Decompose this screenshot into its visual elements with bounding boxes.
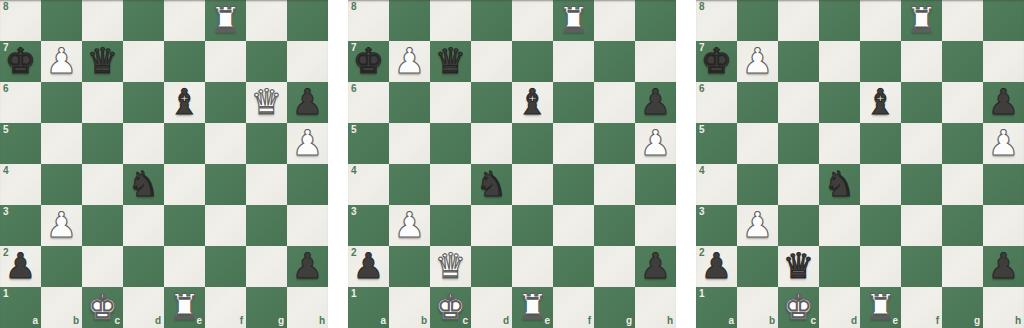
square-d7[interactable] [123, 41, 164, 82]
square-e5[interactable] [860, 123, 901, 164]
square-b1[interactable]: b [737, 287, 778, 328]
square-c8[interactable] [82, 0, 123, 41]
square-a3[interactable]: 3 [348, 205, 389, 246]
square-g4[interactable] [594, 164, 635, 205]
square-a3[interactable]: 3 [0, 205, 41, 246]
rank-label-2: 2 [3, 248, 9, 258]
white-pawn-h5: ♟ [983, 123, 1024, 164]
square-h5[interactable]: ♟ [983, 123, 1024, 164]
square-e1[interactable]: e♜ [164, 287, 205, 328]
square-g4[interactable] [942, 164, 983, 205]
square-b2[interactable] [41, 246, 82, 287]
square-c2[interactable]: ♛ [778, 246, 819, 287]
square-c3[interactable] [82, 205, 123, 246]
square-a1[interactable]: 1a [348, 287, 389, 328]
square-f6[interactable] [553, 82, 594, 123]
square-b5[interactable] [737, 123, 778, 164]
square-h4[interactable] [287, 164, 328, 205]
square-a8[interactable]: 8 [0, 0, 41, 41]
white-pawn-b7: ♟ [41, 41, 82, 82]
square-a7[interactable]: 7♚ [348, 41, 389, 82]
white-rook-f8: ♜ [553, 0, 594, 41]
white-rook-f8: ♜ [205, 0, 246, 41]
square-c7[interactable]: ♛ [82, 41, 123, 82]
square-b1[interactable]: b [389, 287, 430, 328]
black-queen-c2: ♛ [778, 246, 819, 287]
black-bishop-e6: ♝ [860, 82, 901, 123]
square-b3[interactable]: ♟ [41, 205, 82, 246]
square-b5[interactable] [389, 123, 430, 164]
square-h4[interactable] [983, 164, 1024, 205]
square-c6[interactable] [778, 82, 819, 123]
square-g7[interactable] [246, 41, 287, 82]
square-b2[interactable] [737, 246, 778, 287]
square-f6[interactable] [205, 82, 246, 123]
square-f1[interactable]: f [553, 287, 594, 328]
square-c1[interactable]: c♚ [778, 287, 819, 328]
rank-label-2: 2 [699, 248, 705, 258]
square-a8[interactable]: 8 [348, 0, 389, 41]
square-h7[interactable] [635, 41, 676, 82]
black-queen-c7: ♛ [430, 41, 471, 82]
square-d5[interactable] [471, 123, 512, 164]
square-e7[interactable] [860, 41, 901, 82]
square-b8[interactable] [41, 0, 82, 41]
square-f2[interactable] [901, 246, 942, 287]
square-f8[interactable]: ♜ [553, 0, 594, 41]
square-g2[interactable] [594, 246, 635, 287]
rank-label-5: 5 [699, 125, 705, 135]
black-knight-d4: ♞ [471, 164, 512, 205]
square-c4[interactable] [82, 164, 123, 205]
square-b7[interactable]: ♟ [389, 41, 430, 82]
square-d6[interactable] [123, 82, 164, 123]
square-a7[interactable]: 7♚ [0, 41, 41, 82]
rank-label-3: 3 [351, 207, 357, 217]
rank-label-6: 6 [699, 84, 705, 94]
file-label-e: e [544, 316, 550, 326]
square-f1[interactable]: f [205, 287, 246, 328]
square-h6[interactable]: ♟ [983, 82, 1024, 123]
square-c5[interactable] [82, 123, 123, 164]
file-label-h: h [1015, 316, 1021, 326]
square-c4[interactable] [430, 164, 471, 205]
square-c5[interactable] [778, 123, 819, 164]
square-c7[interactable]: ♛ [430, 41, 471, 82]
square-f2[interactable] [205, 246, 246, 287]
square-d1[interactable]: d [123, 287, 164, 328]
square-c7[interactable] [778, 41, 819, 82]
square-f4[interactable] [553, 164, 594, 205]
square-e1[interactable]: e♜ [512, 287, 553, 328]
square-h3[interactable] [635, 205, 676, 246]
file-label-b: b [73, 316, 79, 326]
boards-row: 8♜7♚♟♛6♝♛♟5♟4♞3♟2♟♟1abc♚de♜fgh 8♜7♚♟♛6♝♟… [0, 0, 1024, 328]
square-g5[interactable] [942, 123, 983, 164]
rank-label-5: 5 [351, 125, 357, 135]
rank-label-8: 8 [699, 2, 705, 12]
square-g6[interactable] [594, 82, 635, 123]
square-b1[interactable]: b [41, 287, 82, 328]
file-label-f: f [588, 316, 591, 326]
white-pawn-b3: ♟ [41, 205, 82, 246]
square-a8[interactable]: 8 [696, 0, 737, 41]
square-e4[interactable] [512, 164, 553, 205]
square-e4[interactable] [860, 164, 901, 205]
square-h8[interactable] [983, 0, 1024, 41]
square-g4[interactable] [246, 164, 287, 205]
white-pawn-b3: ♟ [737, 205, 778, 246]
square-g1[interactable]: g [246, 287, 287, 328]
square-e1[interactable]: e♜ [860, 287, 901, 328]
square-e5[interactable] [512, 123, 553, 164]
square-h7[interactable] [287, 41, 328, 82]
rank-label-1: 1 [3, 289, 9, 299]
square-c8[interactable] [778, 0, 819, 41]
rank-label-1: 1 [351, 289, 357, 299]
square-c3[interactable] [778, 205, 819, 246]
square-e8[interactable] [512, 0, 553, 41]
square-b8[interactable] [389, 0, 430, 41]
square-e6[interactable]: ♝ [164, 82, 205, 123]
square-b8[interactable] [737, 0, 778, 41]
rank-label-8: 8 [3, 2, 9, 12]
square-e3[interactable] [512, 205, 553, 246]
square-a4[interactable]: 4 [348, 164, 389, 205]
rank-label-6: 6 [351, 84, 357, 94]
black-knight-d4: ♞ [819, 164, 860, 205]
file-label-a: a [380, 316, 386, 326]
square-a3[interactable]: 3 [696, 205, 737, 246]
square-a2[interactable]: 2♟ [696, 246, 737, 287]
black-pawn-h2: ♟ [983, 246, 1024, 287]
square-d5[interactable] [819, 123, 860, 164]
rank-label-2: 2 [351, 248, 357, 258]
square-f2[interactable] [553, 246, 594, 287]
square-e8[interactable] [164, 0, 205, 41]
square-h6[interactable]: ♟ [635, 82, 676, 123]
square-a2[interactable]: 2♟ [348, 246, 389, 287]
square-h8[interactable] [635, 0, 676, 41]
square-f7[interactable] [901, 41, 942, 82]
square-e2[interactable] [860, 246, 901, 287]
square-a5[interactable]: 5 [0, 123, 41, 164]
square-g6[interactable] [942, 82, 983, 123]
square-d2[interactable] [471, 246, 512, 287]
black-bishop-e6: ♝ [164, 82, 205, 123]
rank-label-8: 8 [351, 2, 357, 12]
square-a6[interactable]: 6 [696, 82, 737, 123]
square-b6[interactable] [41, 82, 82, 123]
square-b7[interactable]: ♟ [737, 41, 778, 82]
square-d8[interactable] [123, 0, 164, 41]
white-pawn-b3: ♟ [389, 205, 430, 246]
file-label-a: a [728, 316, 734, 326]
square-f7[interactable] [205, 41, 246, 82]
square-g1[interactable]: g [942, 287, 983, 328]
chess-board-1: 8♜7♚♟♛6♝♛♟5♟4♞3♟2♟♟1abc♚de♜fgh [0, 0, 328, 328]
square-g5[interactable] [246, 123, 287, 164]
square-d8[interactable] [819, 0, 860, 41]
square-h1[interactable]: h [287, 287, 328, 328]
black-pawn-h2: ♟ [635, 246, 676, 287]
square-f8[interactable]: ♜ [901, 0, 942, 41]
file-label-d: d [851, 316, 857, 326]
square-d1[interactable]: d [819, 287, 860, 328]
square-b3[interactable]: ♟ [737, 205, 778, 246]
square-g5[interactable] [594, 123, 635, 164]
square-a6[interactable]: 6 [0, 82, 41, 123]
square-c5[interactable] [430, 123, 471, 164]
square-e6[interactable]: ♝ [512, 82, 553, 123]
file-label-c: c [114, 316, 120, 326]
square-f3[interactable] [901, 205, 942, 246]
square-e5[interactable] [164, 123, 205, 164]
file-label-e: e [196, 316, 202, 326]
black-pawn-h2: ♟ [287, 246, 328, 287]
file-label-b: b [421, 316, 427, 326]
square-f3[interactable] [205, 205, 246, 246]
black-knight-d4: ♞ [123, 164, 164, 205]
rank-label-1: 1 [699, 289, 705, 299]
white-pawn-h5: ♟ [635, 123, 676, 164]
square-h5[interactable]: ♟ [287, 123, 328, 164]
file-label-h: h [667, 316, 673, 326]
white-pawn-h5: ♟ [287, 123, 328, 164]
square-g2[interactable] [246, 246, 287, 287]
white-queen-g6: ♛ [246, 82, 287, 123]
square-a6[interactable]: 6 [348, 82, 389, 123]
square-h6[interactable]: ♟ [287, 82, 328, 123]
square-b4[interactable] [41, 164, 82, 205]
square-b6[interactable] [389, 82, 430, 123]
rank-label-7: 7 [3, 43, 9, 53]
square-c1[interactable]: c♚ [82, 287, 123, 328]
rank-label-3: 3 [699, 207, 705, 217]
square-h7[interactable] [983, 41, 1024, 82]
square-a4[interactable]: 4 [696, 164, 737, 205]
square-c6[interactable] [430, 82, 471, 123]
black-pawn-h6: ♟ [287, 82, 328, 123]
square-e2[interactable] [164, 246, 205, 287]
square-d6[interactable] [819, 82, 860, 123]
square-b3[interactable]: ♟ [389, 205, 430, 246]
file-label-g: g [278, 316, 284, 326]
square-d2[interactable] [819, 246, 860, 287]
square-h2[interactable]: ♟ [287, 246, 328, 287]
square-f6[interactable] [901, 82, 942, 123]
square-g8[interactable] [942, 0, 983, 41]
rank-label-3: 3 [3, 207, 9, 217]
square-f3[interactable] [553, 205, 594, 246]
square-h2[interactable]: ♟ [635, 246, 676, 287]
file-label-g: g [974, 316, 980, 326]
square-d5[interactable] [123, 123, 164, 164]
square-e8[interactable] [860, 0, 901, 41]
square-h5[interactable]: ♟ [635, 123, 676, 164]
rank-label-4: 4 [3, 166, 9, 176]
chess-board-2: 8♜7♚♟♛6♝♟5♟4♞3♟2♟♛♟1abc♚de♜fgh [348, 0, 676, 328]
file-label-d: d [155, 316, 161, 326]
square-g1[interactable]: g [594, 287, 635, 328]
square-d7[interactable] [819, 41, 860, 82]
rank-label-4: 4 [699, 166, 705, 176]
square-g6[interactable]: ♛ [246, 82, 287, 123]
rank-label-7: 7 [351, 43, 357, 53]
square-d3[interactable] [819, 205, 860, 246]
square-c8[interactable] [430, 0, 471, 41]
square-b5[interactable] [41, 123, 82, 164]
square-d8[interactable] [471, 0, 512, 41]
square-h1[interactable]: h [635, 287, 676, 328]
white-rook-f8: ♜ [901, 0, 942, 41]
black-bishop-e6: ♝ [512, 82, 553, 123]
square-g2[interactable] [942, 246, 983, 287]
square-g3[interactable] [246, 205, 287, 246]
square-e6[interactable]: ♝ [860, 82, 901, 123]
square-a1[interactable]: 1a [0, 287, 41, 328]
square-b2[interactable] [389, 246, 430, 287]
square-c6[interactable] [82, 82, 123, 123]
square-b4[interactable] [389, 164, 430, 205]
square-f4[interactable] [205, 164, 246, 205]
square-g7[interactable] [594, 41, 635, 82]
square-d6[interactable] [471, 82, 512, 123]
square-b4[interactable] [737, 164, 778, 205]
file-label-g: g [626, 316, 632, 326]
square-g8[interactable] [594, 0, 635, 41]
square-c2[interactable]: ♛ [430, 246, 471, 287]
chess-board-3: 8♜7♚♟6♝♟5♟4♞3♟2♟♛♟1abc♚de♜fgh [696, 0, 1024, 328]
file-label-e: e [892, 316, 898, 326]
file-label-h: h [319, 316, 325, 326]
square-h2[interactable]: ♟ [983, 246, 1024, 287]
square-a5[interactable]: 5 [696, 123, 737, 164]
file-label-f: f [240, 316, 243, 326]
file-label-d: d [503, 316, 509, 326]
file-label-c: c [810, 316, 816, 326]
square-f1[interactable]: f [901, 287, 942, 328]
square-d1[interactable]: d [471, 287, 512, 328]
white-pawn-b7: ♟ [389, 41, 430, 82]
square-d2[interactable] [123, 246, 164, 287]
square-h4[interactable] [635, 164, 676, 205]
square-h1[interactable]: h [983, 287, 1024, 328]
square-a2[interactable]: 2♟ [0, 246, 41, 287]
file-label-c: c [462, 316, 468, 326]
square-e2[interactable] [512, 246, 553, 287]
square-f5[interactable] [901, 123, 942, 164]
black-pawn-h6: ♟ [635, 82, 676, 123]
square-g7[interactable] [942, 41, 983, 82]
square-d4[interactable]: ♞ [123, 164, 164, 205]
file-label-b: b [769, 316, 775, 326]
white-pawn-b7: ♟ [737, 41, 778, 82]
square-c3[interactable] [430, 205, 471, 246]
square-d7[interactable] [471, 41, 512, 82]
black-queen-c7: ♛ [82, 41, 123, 82]
square-f4[interactable] [901, 164, 942, 205]
square-b6[interactable] [737, 82, 778, 123]
square-h3[interactable] [983, 205, 1024, 246]
square-d4[interactable]: ♞ [819, 164, 860, 205]
square-e3[interactable] [164, 205, 205, 246]
square-f5[interactable] [205, 123, 246, 164]
rank-label-6: 6 [3, 84, 9, 94]
file-label-f: f [936, 316, 939, 326]
file-label-a: a [32, 316, 38, 326]
square-e3[interactable] [860, 205, 901, 246]
square-d4[interactable]: ♞ [471, 164, 512, 205]
square-h3[interactable] [287, 205, 328, 246]
square-d3[interactable] [471, 205, 512, 246]
square-e4[interactable] [164, 164, 205, 205]
white-queen-c2: ♛ [430, 246, 471, 287]
square-a1[interactable]: 1a [696, 287, 737, 328]
square-g3[interactable] [594, 205, 635, 246]
square-f7[interactable] [553, 41, 594, 82]
square-c1[interactable]: c♚ [430, 287, 471, 328]
square-e7[interactable] [512, 41, 553, 82]
square-f8[interactable]: ♜ [205, 0, 246, 41]
rank-label-7: 7 [699, 43, 705, 53]
square-a7[interactable]: 7♚ [696, 41, 737, 82]
square-f5[interactable] [553, 123, 594, 164]
square-g3[interactable] [942, 205, 983, 246]
square-g8[interactable] [246, 0, 287, 41]
rank-label-4: 4 [351, 166, 357, 176]
square-a4[interactable]: 4 [0, 164, 41, 205]
black-pawn-h6: ♟ [983, 82, 1024, 123]
square-c2[interactable] [82, 246, 123, 287]
rank-label-5: 5 [3, 125, 9, 135]
square-c4[interactable] [778, 164, 819, 205]
square-h8[interactable] [287, 0, 328, 41]
square-d3[interactable] [123, 205, 164, 246]
square-a5[interactable]: 5 [348, 123, 389, 164]
square-e7[interactable] [164, 41, 205, 82]
square-b7[interactable]: ♟ [41, 41, 82, 82]
